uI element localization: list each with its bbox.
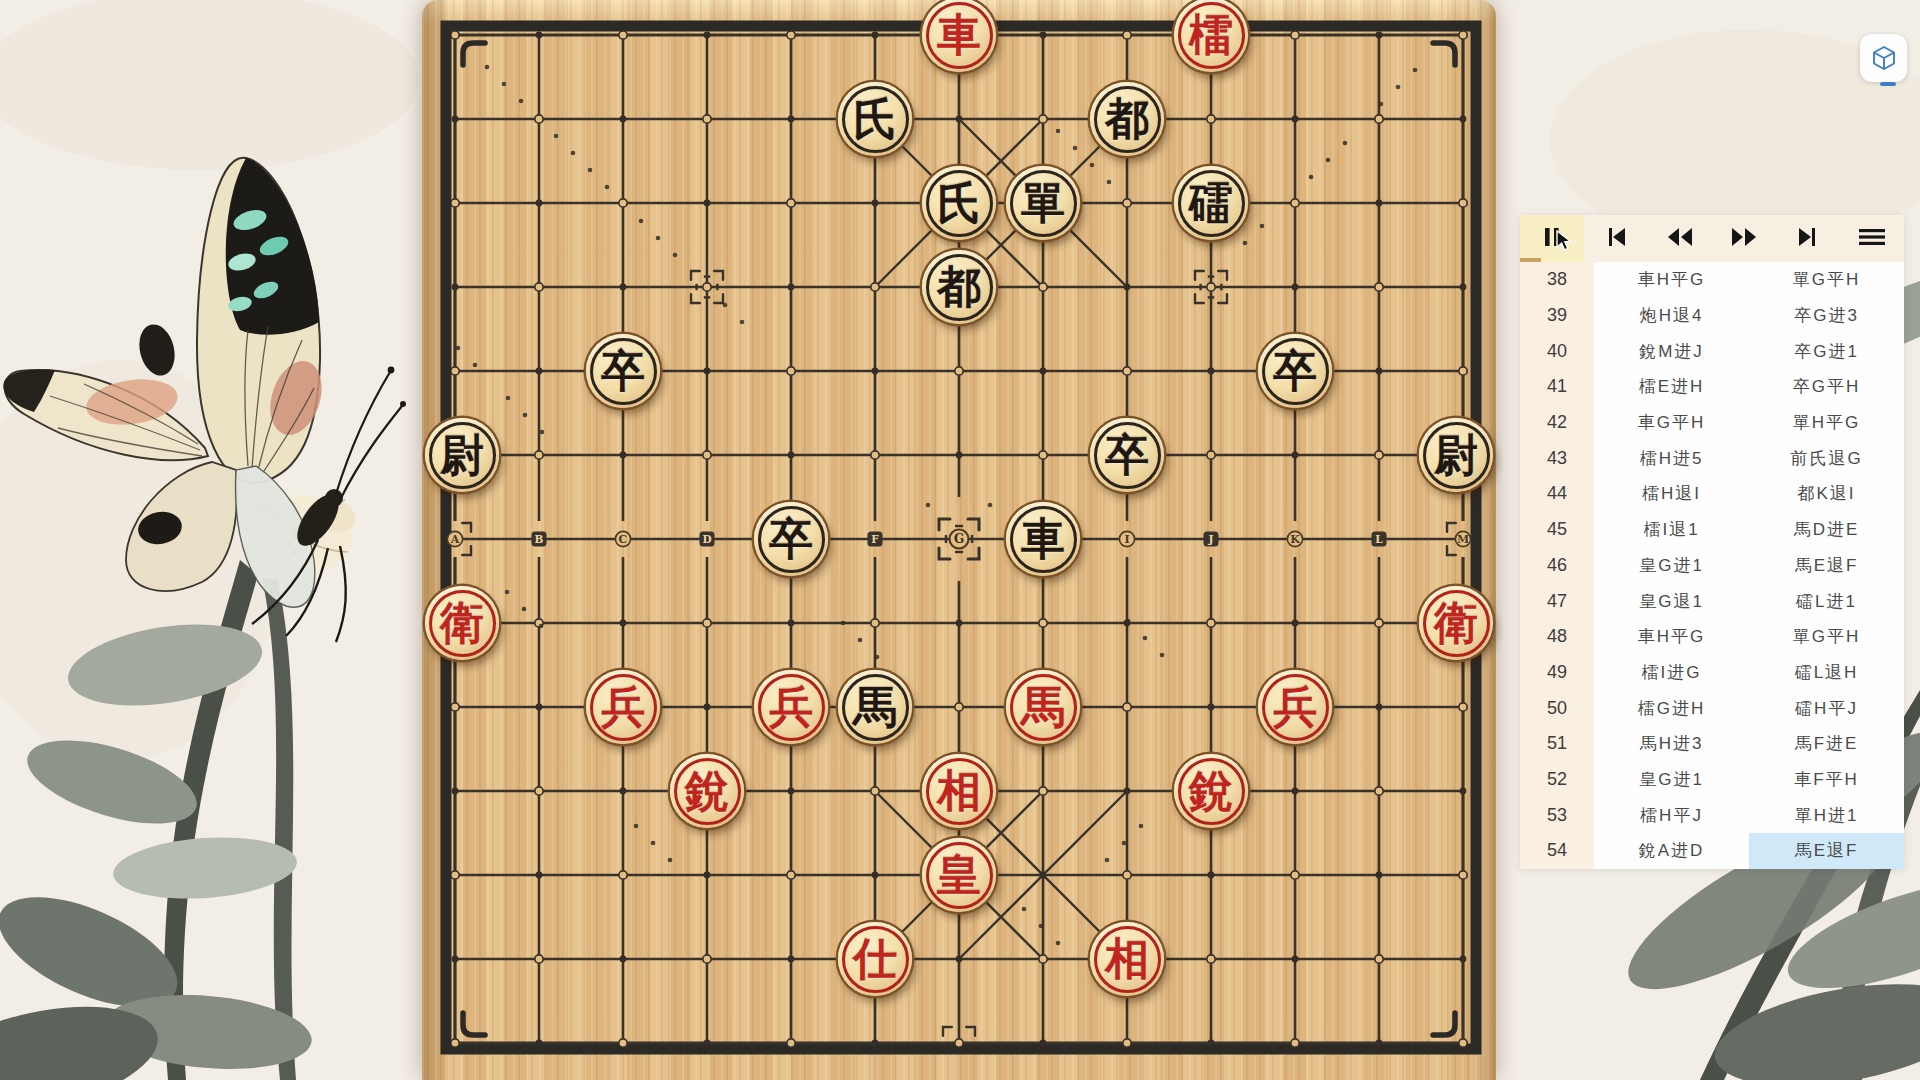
move-row-51: 51馬H进3馬F进E: [1520, 726, 1904, 762]
black-move[interactable]: 礌L进1: [1749, 583, 1904, 619]
view-3d-button[interactable]: [1860, 34, 1907, 82]
piece-red-銳-D9[interactable]: 銳: [670, 754, 744, 828]
cube-3d-icon: [1871, 45, 1897, 71]
move-row-45: 45檑I退1馬D进E: [1520, 512, 1904, 548]
black-move[interactable]: 馬F进E: [1749, 726, 1904, 762]
piece-character: 兵: [601, 685, 645, 729]
piece-character: 皇: [937, 853, 981, 897]
red-move[interactable]: 檑H退I: [1594, 476, 1749, 512]
red-move[interactable]: 車H平G: [1594, 262, 1749, 298]
move-number: 42: [1520, 405, 1594, 441]
piece-character: 馬: [1021, 685, 1065, 729]
menu-icon: [1858, 227, 1886, 251]
move-number: 50: [1520, 690, 1594, 726]
piece-character: 尉: [440, 433, 484, 477]
piece-black-車-H6[interactable]: 車: [1006, 502, 1080, 576]
move-row-40: 40銳M进J卒G进1: [1520, 333, 1904, 369]
black-move[interactable]: 馬D进E: [1749, 512, 1904, 548]
piece-red-皇-G10[interactable]: 皇: [922, 838, 996, 912]
move-row-49: 49檑I进G礌L退H: [1520, 655, 1904, 691]
piece-character: 車: [1021, 517, 1065, 561]
pieces-layer: 車檑氏都氏單礌都卒卒尉卒尉卒車衛衛兵兵馬馬兵銳相銳皇仕相: [422, 0, 1496, 1080]
piece-character: 尉: [1434, 433, 1478, 477]
red-move[interactable]: 皇G退1: [1594, 583, 1749, 619]
mouse-cursor: [1556, 230, 1573, 252]
move-number: 40: [1520, 333, 1594, 369]
piece-red-車-G0[interactable]: 車: [922, 0, 996, 72]
black-move[interactable]: 卒G进3: [1749, 298, 1904, 334]
black-move[interactable]: 馬E退F: [1749, 833, 1904, 869]
piece-red-衛-M7[interactable]: 衛: [1419, 586, 1493, 660]
red-move[interactable]: 炮H退4: [1594, 298, 1749, 334]
piece-character: 衛: [1434, 601, 1478, 645]
black-move[interactable]: 前氏退G: [1749, 440, 1904, 476]
move-row-54: 54銳A进D馬E退F: [1520, 833, 1904, 869]
piece-character: 兵: [1273, 685, 1317, 729]
black-move[interactable]: 礌L退H: [1749, 655, 1904, 691]
move-list: 38車H平G單G平H39炮H退4卒G进340銳M进J卒G进141檑E进H卒G平H…: [1520, 262, 1904, 869]
pause-button[interactable]: [1520, 215, 1584, 262]
move-number: 53: [1520, 797, 1594, 833]
playback-toolbar: [1520, 215, 1904, 262]
move-number: 41: [1520, 369, 1594, 405]
piece-character: 單: [1021, 181, 1065, 225]
skip-to-end-button[interactable]: [1776, 215, 1840, 262]
red-move[interactable]: 檑H平J: [1594, 797, 1749, 833]
red-move[interactable]: 皇G进1: [1594, 762, 1749, 798]
piece-character: 卒: [769, 517, 813, 561]
black-move[interactable]: 都K退I: [1749, 476, 1904, 512]
move-number: 49: [1520, 655, 1594, 691]
red-move[interactable]: 馬H进3: [1594, 726, 1749, 762]
move-number: 54: [1520, 833, 1594, 869]
fast-forward-icon: [1730, 227, 1758, 251]
black-move[interactable]: 車F平H: [1749, 762, 1904, 798]
red-move[interactable]: 車G平H: [1594, 405, 1749, 441]
piece-character: 車: [937, 13, 981, 57]
move-row-52: 52皇G进1車F平H: [1520, 762, 1904, 798]
move-number: 47: [1520, 583, 1594, 619]
red-move[interactable]: 銳A进D: [1594, 833, 1749, 869]
piece-red-檑-J0[interactable]: 檑: [1174, 0, 1248, 72]
piece-character: 衛: [440, 601, 484, 645]
piece-black-都-I1[interactable]: 都: [1090, 82, 1164, 156]
piece-red-仕-F11[interactable]: 仕: [838, 922, 912, 996]
piece-character: 氏: [853, 97, 897, 141]
skip-to-start-icon: [1604, 227, 1628, 251]
piece-character: 都: [1105, 97, 1149, 141]
red-move[interactable]: 檑I进G: [1594, 655, 1749, 691]
piece-red-馬-H8[interactable]: 馬: [1006, 670, 1080, 744]
piece-character: 都: [937, 265, 981, 309]
piece-black-礌-J2[interactable]: 礌: [1174, 166, 1248, 240]
fast-forward-button[interactable]: [1712, 215, 1776, 262]
red-move[interactable]: 皇G进1: [1594, 548, 1749, 584]
piece-red-相-G9[interactable]: 相: [922, 754, 996, 828]
piece-character: 馬: [853, 685, 897, 729]
piece-character: 仕: [853, 937, 897, 981]
menu-button[interactable]: [1840, 215, 1904, 262]
piece-character: 兵: [769, 685, 813, 729]
piece-black-尉-M5[interactable]: 尉: [1419, 418, 1493, 492]
move-row-53: 53檑H平J單H进1: [1520, 797, 1904, 833]
piece-black-卒-I5[interactable]: 卒: [1090, 418, 1164, 492]
black-move[interactable]: 礌H平J: [1749, 690, 1904, 726]
move-row-43: 43檑H进5前氏退G: [1520, 440, 1904, 476]
move-row-50: 50檑G进H礌H平J: [1520, 690, 1904, 726]
piece-red-銳-J9[interactable]: 銳: [1174, 754, 1248, 828]
red-move[interactable]: 銳M进J: [1594, 333, 1749, 369]
move-number: 51: [1520, 726, 1594, 762]
piece-black-卒-K4[interactable]: 卒: [1258, 334, 1332, 408]
black-move[interactable]: 單H平G: [1749, 405, 1904, 441]
black-move[interactable]: 單H进1: [1749, 797, 1904, 833]
progress-sliver: [1520, 258, 1541, 262]
piece-character: 銳: [1189, 769, 1233, 813]
skip-to-end-icon: [1796, 227, 1820, 251]
move-number: 44: [1520, 476, 1594, 512]
xiangqi-board: ABCDEFGHIJKLM 車檑氏都氏單礌都卒卒尉卒尉卒車衛衛兵兵馬馬兵銳相銳皇…: [422, 0, 1496, 1080]
black-move[interactable]: 卒G进1: [1749, 333, 1904, 369]
black-move[interactable]: 單G平H: [1749, 262, 1904, 298]
move-number: 48: [1520, 619, 1594, 655]
move-row-38: 38車H平G單G平H: [1520, 262, 1904, 298]
piece-character: 銳: [685, 769, 729, 813]
piece-black-馬-F8[interactable]: 馬: [838, 670, 912, 744]
black-move[interactable]: 馬E退F: [1749, 548, 1904, 584]
piece-red-兵-E8[interactable]: 兵: [754, 670, 828, 744]
red-move[interactable]: 檑E进H: [1594, 369, 1749, 405]
piece-character: 相: [1105, 937, 1149, 981]
move-number: 52: [1520, 762, 1594, 798]
move-row-42: 42車G平H單H平G: [1520, 405, 1904, 441]
piece-character: 礌: [1189, 181, 1233, 225]
move-row-44: 44檑H退I都K退I: [1520, 476, 1904, 512]
move-row-46: 46皇G进1馬E退F: [1520, 548, 1904, 584]
piece-character: 檑: [1189, 13, 1233, 57]
black-move[interactable]: 單G平H: [1749, 619, 1904, 655]
move-row-39: 39炮H退4卒G进3: [1520, 298, 1904, 334]
red-move[interactable]: 檑H进5: [1594, 440, 1749, 476]
piece-black-氏-F1[interactable]: 氏: [838, 82, 912, 156]
piece-red-相-I11[interactable]: 相: [1090, 922, 1164, 996]
piece-black-尉-A5[interactable]: 尉: [425, 418, 499, 492]
piece-character: 相: [937, 769, 981, 813]
piece-red-衛-A7[interactable]: 衛: [425, 586, 499, 660]
piece-red-兵-K8[interactable]: 兵: [1258, 670, 1332, 744]
piece-character: 卒: [1273, 349, 1317, 393]
piece-black-卒-E6[interactable]: 卒: [754, 502, 828, 576]
move-number: 45: [1520, 512, 1594, 548]
piece-black-氏-G2[interactable]: 氏: [922, 166, 996, 240]
move-number: 38: [1520, 262, 1594, 298]
move-row-41: 41檑E进H卒G平H: [1520, 369, 1904, 405]
rewind-icon: [1666, 227, 1694, 251]
move-number: 46: [1520, 548, 1594, 584]
red-move[interactable]: 檑I退1: [1594, 512, 1749, 548]
move-row-47: 47皇G退1礌L进1: [1520, 583, 1904, 619]
piece-black-都-G3[interactable]: 都: [922, 250, 996, 324]
black-move[interactable]: 卒G平H: [1749, 369, 1904, 405]
red-move[interactable]: 車H平G: [1594, 619, 1749, 655]
skip-to-start-button[interactable]: [1584, 215, 1648, 262]
move-list-panel: 38車H平G單G平H39炮H退4卒G进340銳M进J卒G进141檑E进H卒G平H…: [1520, 215, 1904, 869]
move-number: 39: [1520, 298, 1594, 334]
move-number: 43: [1520, 440, 1594, 476]
piece-character: 氏: [937, 181, 981, 225]
piece-character: 卒: [1105, 433, 1149, 477]
piece-red-兵-C8[interactable]: 兵: [586, 670, 660, 744]
piece-black-卒-C4[interactable]: 卒: [586, 334, 660, 408]
piece-black-單-H2[interactable]: 單: [1006, 166, 1080, 240]
cube-underline-indicator: [1880, 82, 1896, 86]
rewind-button[interactable]: [1648, 215, 1712, 262]
move-row-48: 48車H平G單G平H: [1520, 619, 1904, 655]
piece-character: 卒: [601, 349, 645, 393]
red-move[interactable]: 檑G进H: [1594, 690, 1749, 726]
